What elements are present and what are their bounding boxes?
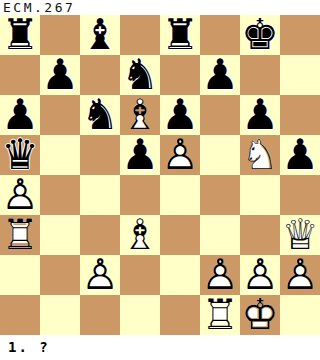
chess-board: ♜♝♜♚♟♞♟♟♞♝♗♟♟♛♟♟♙♞♘♟♟♙♜♖♝♗♛♕♟♙♟♙♟♙♟♙♜♖♚♔ <box>0 15 320 335</box>
square-h3[interactable]: ♛♕ <box>280 215 320 255</box>
square-a5[interactable]: ♛ <box>0 135 40 175</box>
square-a1[interactable] <box>0 295 40 335</box>
square-f8[interactable] <box>200 15 240 55</box>
piece-black-bishop: ♝ <box>80 15 120 55</box>
square-e4[interactable] <box>160 175 200 215</box>
square-f2[interactable]: ♟♙ <box>200 255 240 295</box>
square-b5[interactable] <box>40 135 80 175</box>
piece-white-pawn: ♟♙ <box>80 255 120 295</box>
square-b1[interactable] <box>40 295 80 335</box>
square-b2[interactable] <box>40 255 80 295</box>
piece-black-knight: ♞ <box>120 55 160 95</box>
piece-white-pawn: ♟♙ <box>0 175 40 215</box>
square-f1[interactable]: ♜♖ <box>200 295 240 335</box>
square-c8[interactable]: ♝ <box>80 15 120 55</box>
square-d7[interactable]: ♞ <box>120 55 160 95</box>
square-h8[interactable] <box>280 15 320 55</box>
piece-black-pawn: ♟ <box>280 135 320 175</box>
piece-black-queen: ♛ <box>0 135 40 175</box>
square-e7[interactable] <box>160 55 200 95</box>
square-g8[interactable]: ♚ <box>240 15 280 55</box>
square-f5[interactable] <box>200 135 240 175</box>
piece-white-bishop: ♝♗ <box>120 215 160 255</box>
square-a6[interactable]: ♟ <box>0 95 40 135</box>
piece-white-pawn: ♟♙ <box>280 255 320 295</box>
square-e1[interactable] <box>160 295 200 335</box>
square-d3[interactable]: ♝♗ <box>120 215 160 255</box>
square-a3[interactable]: ♜♖ <box>0 215 40 255</box>
piece-white-bishop: ♝♗ <box>120 95 160 135</box>
square-h2[interactable]: ♟♙ <box>280 255 320 295</box>
square-g3[interactable] <box>240 215 280 255</box>
square-b3[interactable] <box>40 215 80 255</box>
square-d1[interactable] <box>120 295 160 335</box>
square-e5[interactable]: ♟♙ <box>160 135 200 175</box>
square-b8[interactable] <box>40 15 80 55</box>
square-c2[interactable]: ♟♙ <box>80 255 120 295</box>
piece-black-pawn: ♟ <box>40 55 80 95</box>
piece-black-pawn: ♟ <box>120 135 160 175</box>
piece-white-pawn: ♟♙ <box>160 135 200 175</box>
square-h7[interactable] <box>280 55 320 95</box>
square-e3[interactable] <box>160 215 200 255</box>
piece-white-rook: ♜♖ <box>200 295 240 335</box>
square-d5[interactable]: ♟ <box>120 135 160 175</box>
square-f7[interactable]: ♟ <box>200 55 240 95</box>
square-d6[interactable]: ♝♗ <box>120 95 160 135</box>
square-d4[interactable] <box>120 175 160 215</box>
square-f4[interactable] <box>200 175 240 215</box>
piece-black-rook: ♜ <box>0 15 40 55</box>
square-h6[interactable] <box>280 95 320 135</box>
square-a7[interactable] <box>0 55 40 95</box>
square-c1[interactable] <box>80 295 120 335</box>
piece-white-knight: ♞♘ <box>240 135 280 175</box>
piece-white-king: ♚♔ <box>240 295 280 335</box>
piece-black-pawn: ♟ <box>0 95 40 135</box>
piece-white-rook: ♜♖ <box>0 215 40 255</box>
square-a2[interactable] <box>0 255 40 295</box>
square-g2[interactable]: ♟♙ <box>240 255 280 295</box>
move-prompt: 1. ? <box>8 337 50 357</box>
square-h4[interactable] <box>280 175 320 215</box>
piece-black-king: ♚ <box>240 15 280 55</box>
square-d8[interactable] <box>120 15 160 55</box>
square-a4[interactable]: ♟♙ <box>0 175 40 215</box>
piece-black-pawn: ♟ <box>200 55 240 95</box>
square-c7[interactable] <box>80 55 120 95</box>
square-g7[interactable] <box>240 55 280 95</box>
piece-black-pawn: ♟ <box>240 95 280 135</box>
square-h5[interactable]: ♟ <box>280 135 320 175</box>
piece-white-pawn: ♟♙ <box>240 255 280 295</box>
square-c5[interactable] <box>80 135 120 175</box>
square-b6[interactable] <box>40 95 80 135</box>
square-c4[interactable] <box>80 175 120 215</box>
square-f6[interactable] <box>200 95 240 135</box>
piece-white-pawn: ♟♙ <box>200 255 240 295</box>
square-g4[interactable] <box>240 175 280 215</box>
piece-black-pawn: ♟ <box>160 95 200 135</box>
square-e6[interactable]: ♟ <box>160 95 200 135</box>
square-e8[interactable]: ♜ <box>160 15 200 55</box>
piece-black-rook: ♜ <box>160 15 200 55</box>
square-b7[interactable]: ♟ <box>40 55 80 95</box>
square-g6[interactable]: ♟ <box>240 95 280 135</box>
square-g5[interactable]: ♞♘ <box>240 135 280 175</box>
square-b4[interactable] <box>40 175 80 215</box>
square-c6[interactable]: ♞ <box>80 95 120 135</box>
square-a8[interactable]: ♜ <box>0 15 40 55</box>
square-e2[interactable] <box>160 255 200 295</box>
piece-white-queen: ♛♕ <box>280 215 320 255</box>
square-f3[interactable] <box>200 215 240 255</box>
piece-black-knight: ♞ <box>80 95 120 135</box>
square-g1[interactable]: ♚♔ <box>240 295 280 335</box>
square-c3[interactable] <box>80 215 120 255</box>
square-d2[interactable] <box>120 255 160 295</box>
square-h1[interactable] <box>280 295 320 335</box>
